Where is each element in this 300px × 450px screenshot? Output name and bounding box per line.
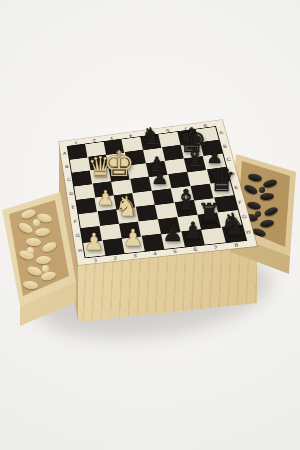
board-grid bbox=[68, 127, 246, 258]
drawer-piece bbox=[35, 227, 51, 237]
coord-label: 1 bbox=[74, 140, 78, 144]
coord-label: H bbox=[246, 230, 252, 235]
drawer-piece-head bbox=[33, 219, 40, 226]
drawer-piece bbox=[40, 270, 56, 281]
drawer-piece-head bbox=[27, 247, 34, 254]
drawer-piece-head bbox=[42, 265, 49, 272]
drawer-piece bbox=[259, 219, 274, 228]
drawer-piece bbox=[243, 183, 259, 195]
coord-label: B bbox=[222, 144, 227, 148]
coord-label: 3 bbox=[110, 136, 114, 140]
drawer-piece bbox=[17, 221, 34, 235]
drawer-piece bbox=[36, 255, 52, 265]
coord-label: D bbox=[230, 171, 236, 176]
coord-label: G bbox=[241, 215, 247, 220]
drawer-piece bbox=[263, 206, 279, 218]
coord-label: G bbox=[75, 233, 80, 238]
drawer-piece-head bbox=[259, 187, 265, 193]
drawer-piece bbox=[41, 240, 58, 253]
drawer-piece bbox=[23, 280, 39, 290]
chess-set-product-photo: AABBCCDDEEFFGGHH1122334455667788 ♞♚♛♚♟♝♟… bbox=[0, 0, 300, 450]
coord-label: E bbox=[234, 186, 239, 191]
coord-label: 5 bbox=[173, 249, 178, 254]
drawer-piece bbox=[246, 200, 261, 210]
coord-label: 6 bbox=[165, 128, 169, 132]
coord-label: 8 bbox=[203, 123, 208, 127]
coord-label: B bbox=[65, 164, 69, 168]
coord-label: F bbox=[74, 219, 78, 224]
coord-label: 1 bbox=[94, 257, 98, 262]
coord-label: 6 bbox=[193, 247, 198, 252]
coord-label: 8 bbox=[234, 242, 239, 247]
drawer-piece bbox=[26, 237, 42, 246]
coord-label: 3 bbox=[133, 253, 138, 258]
coord-label: 2 bbox=[92, 138, 96, 142]
coord-label: 2 bbox=[113, 255, 117, 260]
coord-label: D bbox=[69, 191, 74, 196]
coord-label: 7 bbox=[213, 244, 218, 249]
coord-label: 4 bbox=[153, 251, 158, 256]
coord-label: C bbox=[226, 158, 231, 163]
coord-label: F bbox=[238, 200, 243, 205]
coord-label: H bbox=[78, 248, 83, 253]
coord-label: E bbox=[71, 205, 75, 210]
coord-label: 4 bbox=[128, 133, 132, 137]
coord-label: 7 bbox=[184, 126, 188, 130]
coord-label: C bbox=[67, 178, 71, 182]
chess-board: AABBCCDDEEFFGGHH1122334455667788 bbox=[59, 120, 257, 265]
drawer-piece-head bbox=[255, 211, 261, 217]
coord-label: 5 bbox=[147, 131, 151, 135]
coord-label: A bbox=[63, 151, 67, 155]
drawer-piece bbox=[247, 173, 262, 183]
drawer-piece bbox=[260, 192, 275, 200]
drawer-piece bbox=[262, 178, 277, 189]
coord-label: A bbox=[219, 131, 224, 135]
